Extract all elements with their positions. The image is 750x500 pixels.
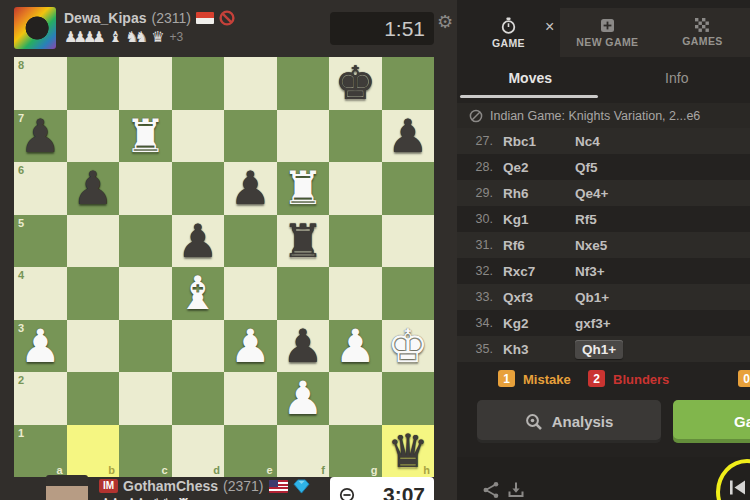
- square-h3[interactable]: ♚: [382, 320, 435, 373]
- white-move[interactable]: Kh3: [503, 342, 565, 357]
- white-move[interactable]: Kg2: [503, 316, 565, 331]
- chess-board[interactable]: 8♚7♟♜♟6♟♟♜5♟♜4♝3♟♟♟♟♚2♟1abcdefgh♛: [14, 57, 434, 477]
- piece-black-p-e6[interactable]: ♟: [230, 162, 271, 214]
- rank-label-8: 8: [18, 59, 24, 71]
- move-row-34: 34.Kg2gxf3+: [457, 310, 750, 336]
- square-e5[interactable]: [224, 215, 277, 268]
- moves-info-tabs: Moves Info: [457, 57, 750, 98]
- file-label-d: d: [213, 464, 220, 476]
- game-summary-badges: 1Mistake2Blunders0: [457, 370, 750, 388]
- captured-piece-group: ♝♝: [125, 495, 144, 500]
- gear-icon[interactable]: ⚙: [437, 11, 453, 32]
- piece-white-p-f2[interactable]: ♟: [282, 372, 323, 424]
- black-move[interactable]: Qb1+: [575, 290, 637, 305]
- move-number: 27.: [457, 134, 493, 148]
- plus-square-icon: [600, 18, 615, 33]
- square-d5[interactable]: ♟: [172, 215, 225, 268]
- file-label-g: g: [371, 464, 378, 476]
- download-icon[interactable]: [507, 481, 525, 499]
- square-h5[interactable]: [382, 215, 435, 268]
- top-player-info: Dewa_Kipas (2311) ♟♟♟♟♝♞♞♛ +3: [64, 10, 235, 45]
- rank-label-1: 1: [18, 427, 24, 439]
- white-move[interactable]: Rbc1: [503, 134, 565, 149]
- piece-white-r-f6[interactable]: ♜: [282, 162, 323, 214]
- black-move[interactable]: Qf5: [575, 160, 637, 175]
- square-c5[interactable]: [119, 215, 172, 268]
- captured-piece-group: ♝: [109, 28, 118, 46]
- square-a8[interactable]: 8: [14, 57, 67, 110]
- top-player-avatar[interactable]: [14, 7, 56, 49]
- black-move[interactable]: Nc4: [575, 134, 637, 149]
- file-label-b: b: [108, 464, 115, 476]
- grid-icon: [695, 18, 709, 32]
- piece-black-p-h7[interactable]: ♟: [387, 110, 428, 162]
- square-f3[interactable]: ♟: [277, 320, 330, 373]
- square-b2[interactable]: [67, 372, 120, 425]
- square-d7[interactable]: [172, 110, 225, 163]
- square-d3[interactable]: [172, 320, 225, 373]
- white-move[interactable]: Rh6: [503, 186, 565, 201]
- square-d2[interactable]: [172, 372, 225, 425]
- stopwatch-icon: [500, 17, 517, 34]
- clock-icon: [339, 487, 355, 500]
- side-panel: GAME × NEW GAME: [457, 0, 750, 500]
- square-e4[interactable]: [224, 267, 277, 320]
- mistake-label: Mistake: [523, 372, 571, 387]
- black-move[interactable]: Nf3+: [575, 264, 637, 279]
- piece-black-r-f5[interactable]: ♜: [282, 215, 323, 267]
- piece-white-b-d4[interactable]: ♝: [177, 267, 218, 319]
- square-c3[interactable]: [119, 320, 172, 373]
- game-review-button[interactable]: Game Review: [673, 400, 750, 443]
- square-f1[interactable]: f: [277, 425, 330, 478]
- move-row-35: 35.Kh3Qh1+: [457, 336, 750, 362]
- square-f5[interactable]: ♜: [277, 215, 330, 268]
- close-game-tab-icon[interactable]: ×: [545, 20, 554, 34]
- diamond-icon: [293, 479, 310, 494]
- tab-games[interactable]: GAMES: [655, 8, 750, 57]
- chess-app-window: Dewa_Kipas (2311) ♟♟♟♟♝♞♞♛ +3 1:51 ⚙ 8♚7…: [0, 0, 750, 500]
- im-title-badge: IM: [99, 479, 118, 493]
- captured-piece-group: ♞♞: [151, 495, 170, 500]
- piece-white-k-h3[interactable]: ♚: [387, 320, 428, 372]
- square-h7[interactable]: ♟: [382, 110, 435, 163]
- square-f8[interactable]: [277, 57, 330, 110]
- square-a7[interactable]: 7♟: [14, 110, 67, 163]
- square-h4[interactable]: [382, 267, 435, 320]
- extra-count-badge: 0: [738, 370, 750, 387]
- square-d8[interactable]: [172, 57, 225, 110]
- square-b6[interactable]: ♟: [67, 162, 120, 215]
- top-player-rating: (2311): [151, 10, 190, 26]
- piece-white-p-a3[interactable]: ♟: [20, 320, 61, 372]
- square-e3[interactable]: ♟: [224, 320, 277, 373]
- move-number: 35.: [457, 342, 493, 356]
- square-b8[interactable]: [67, 57, 120, 110]
- move-number: 33.: [457, 290, 493, 304]
- square-a6[interactable]: 6: [14, 162, 67, 215]
- square-a1[interactable]: 1a: [14, 425, 67, 478]
- mistake-count-badge: 1: [498, 370, 515, 387]
- rank-label-3: 3: [18, 322, 24, 334]
- square-g1[interactable]: g: [329, 425, 382, 478]
- active-tab-underline: [460, 95, 598, 98]
- square-c6[interactable]: [119, 162, 172, 215]
- square-e2[interactable]: [224, 372, 277, 425]
- tab-new-game[interactable]: NEW GAME: [560, 8, 655, 57]
- file-label-f: f: [321, 464, 325, 476]
- black-move[interactable]: Qe4+: [575, 186, 637, 201]
- material-advantage: +3: [170, 30, 184, 45]
- black-move[interactable]: Nxe5: [575, 238, 637, 253]
- square-b5[interactable]: [67, 215, 120, 268]
- rank-label-7: 7: [18, 112, 24, 124]
- black-move[interactable]: Rf5: [575, 212, 637, 227]
- share-icon[interactable]: [482, 481, 500, 499]
- file-label-h: h: [423, 464, 430, 476]
- move-list: 27.Rbc1Nc428.Qe2Qf529.Rh6Qe4+30.Kg1Rf531…: [457, 128, 750, 362]
- move-number: 32.: [457, 264, 493, 278]
- indonesia-flag-icon: [196, 12, 214, 24]
- panel-footer-bar: [457, 457, 750, 500]
- black-move[interactable]: gxf3+: [575, 316, 637, 331]
- blocked-icon: [219, 10, 235, 26]
- file-label-c: c: [161, 464, 167, 476]
- square-a4[interactable]: 4: [14, 267, 67, 320]
- move-row-33: 33.Qxf3Qb1+: [457, 284, 750, 310]
- square-h8[interactable]: [382, 57, 435, 110]
- square-g3[interactable]: ♟: [329, 320, 382, 373]
- move-number: 31.: [457, 238, 493, 252]
- analysis-button[interactable]: Analysis: [477, 400, 661, 443]
- piece-white-p-g3[interactable]: ♟: [335, 320, 376, 372]
- black-move[interactable]: Qh1+: [575, 340, 623, 359]
- square-g2[interactable]: [329, 372, 382, 425]
- tab-game[interactable]: GAME ×: [457, 8, 560, 57]
- square-c8[interactable]: [119, 57, 172, 110]
- captured-piece-group: ♟♟♟♟: [64, 28, 102, 46]
- blunder-count-badge: 2: [588, 370, 605, 387]
- move-row-28: 28.Qe2Qf5: [457, 154, 750, 180]
- square-c7[interactable]: ♜: [119, 110, 172, 163]
- opening-name-row[interactable]: Indian Game: Knights Variation, 2...e6: [457, 103, 750, 128]
- square-f4[interactable]: [277, 267, 330, 320]
- piece-black-p-b6[interactable]: ♟: [72, 162, 113, 214]
- square-d1[interactable]: d: [172, 425, 225, 478]
- piece-black-p-a7[interactable]: ♟: [20, 110, 61, 162]
- square-e6[interactable]: ♟: [224, 162, 277, 215]
- square-b4[interactable]: [67, 267, 120, 320]
- move-number: 30.: [457, 212, 493, 226]
- top-player-name[interactable]: Dewa_Kipas: [64, 10, 146, 26]
- square-a3[interactable]: 3♟: [14, 320, 67, 373]
- bottom-player-avatar[interactable]: [46, 475, 88, 500]
- move-row-31: 31.Rf6Nxe5: [457, 232, 750, 258]
- move-number: 34.: [457, 316, 493, 330]
- square-f2[interactable]: ♟: [277, 372, 330, 425]
- usa-flag-icon: [269, 480, 288, 493]
- square-g6[interactable]: [329, 162, 382, 215]
- piece-black-k-g8[interactable]: ♚: [335, 57, 376, 109]
- rank-label-6: 6: [18, 164, 24, 176]
- tab-info[interactable]: Info: [604, 57, 750, 98]
- square-g4[interactable]: [329, 267, 382, 320]
- square-d6[interactable]: [172, 162, 225, 215]
- square-b1[interactable]: b: [67, 425, 120, 478]
- white-move[interactable]: Qxf3: [503, 290, 565, 305]
- move-number: 29.: [457, 186, 493, 200]
- file-label-e: e: [266, 464, 272, 476]
- piece-black-p-f3[interactable]: ♟: [282, 320, 323, 372]
- piece-black-q-h1[interactable]: ♛: [387, 425, 428, 477]
- square-c1[interactable]: c: [119, 425, 172, 478]
- square-f7[interactable]: [277, 110, 330, 163]
- square-g8[interactable]: ♚: [329, 57, 382, 110]
- bottom-player-name[interactable]: GothamChess: [123, 478, 218, 494]
- bottom-player-rating: (2371): [223, 478, 263, 494]
- captured-piece-group: ♞♞: [125, 28, 144, 46]
- tab-moves[interactable]: Moves: [457, 57, 604, 98]
- square-h6[interactable]: [382, 162, 435, 215]
- square-e1[interactable]: e: [224, 425, 277, 478]
- captured-piece-group: ♟♟: [99, 495, 118, 500]
- square-f6[interactable]: ♜: [277, 162, 330, 215]
- opening-name: Indian Game: Knights Variation, 2...e6: [490, 109, 700, 123]
- square-c4[interactable]: [119, 267, 172, 320]
- bottom-player-info: IM GothamChess (2371) ♟♟♝♝♞♞♜: [99, 478, 310, 500]
- captured-piece-group: ♛: [151, 28, 160, 46]
- white-move[interactable]: Rxc7: [503, 264, 565, 279]
- top-player-captured-pieces: ♟♟♟♟♝♞♞♛ +3: [64, 30, 235, 45]
- panel-tab-bar: GAME × NEW GAME: [457, 8, 750, 57]
- square-h2[interactable]: [382, 372, 435, 425]
- opening-book-icon: [469, 109, 483, 123]
- white-move[interactable]: Rf6: [503, 238, 565, 253]
- white-move[interactable]: Qe2: [503, 160, 565, 175]
- square-e7[interactable]: [224, 110, 277, 163]
- magnifier-icon: [525, 413, 543, 431]
- bottom-player-clock: 3:07: [330, 477, 434, 500]
- piece-black-p-d5[interactable]: ♟: [177, 215, 218, 267]
- square-g7[interactable]: [329, 110, 382, 163]
- square-b3[interactable]: [67, 320, 120, 373]
- square-e8[interactable]: [224, 57, 277, 110]
- move-row-29: 29.Rh6Qe4+: [457, 180, 750, 206]
- rank-label-2: 2: [18, 374, 24, 386]
- piece-white-r-c7[interactable]: ♜: [125, 110, 166, 162]
- square-d4[interactable]: ♝: [172, 267, 225, 320]
- blunders-label: Blunders: [613, 372, 669, 387]
- rank-label-5: 5: [18, 217, 24, 229]
- square-h1[interactable]: h♛: [382, 425, 435, 478]
- captured-piece-group: ♜: [177, 495, 186, 500]
- square-a2[interactable]: 2: [14, 372, 67, 425]
- top-player-clock: 1:51: [330, 12, 434, 45]
- rank-label-4: 4: [18, 269, 24, 281]
- square-g5[interactable]: [329, 215, 382, 268]
- move-number: 28.: [457, 160, 493, 174]
- piece-white-p-e3[interactable]: ♟: [230, 320, 271, 372]
- square-b7[interactable]: [67, 110, 120, 163]
- move-row-32: 32.Rxc7Nf3+: [457, 258, 750, 284]
- square-a5[interactable]: 5: [14, 215, 67, 268]
- square-c2[interactable]: [119, 372, 172, 425]
- jump-to-start-icon[interactable]: [728, 479, 747, 496]
- white-move[interactable]: Kg1: [503, 212, 565, 227]
- move-row-30: 30.Kg1Rf5: [457, 206, 750, 232]
- move-row-27: 27.Rbc1Nc4: [457, 128, 750, 154]
